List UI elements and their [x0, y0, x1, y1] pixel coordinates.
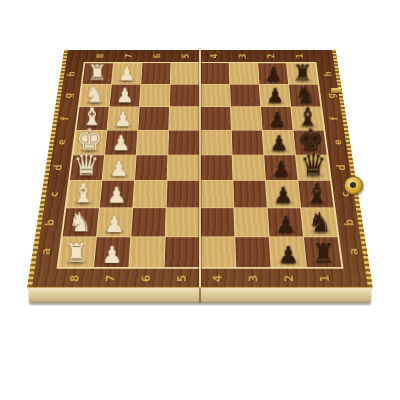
square-c3[interactable] — [233, 181, 266, 208]
black-pawn-a2[interactable]: ♟ — [278, 243, 299, 267]
box-side-pine-edge — [29, 287, 371, 303]
white-rook-a8[interactable]: ♜ — [64, 240, 88, 266]
square-f3[interactable] — [231, 107, 262, 130]
square-c6[interactable] — [133, 181, 166, 208]
square-g3[interactable] — [230, 85, 260, 107]
rank-label-4: 4 — [207, 46, 222, 66]
square-c1[interactable]: ♝ — [298, 181, 333, 208]
square-b7[interactable]: ♟ — [97, 208, 132, 236]
square-d2[interactable]: ♟ — [264, 155, 297, 180]
square-b4[interactable] — [200, 208, 234, 236]
white-pawn-d7[interactable]: ♟ — [109, 158, 128, 180]
square-h2[interactable]: ♟ — [258, 63, 288, 84]
square-f7[interactable]: ♟ — [108, 107, 140, 130]
box-side-seam — [199, 288, 201, 303]
square-d6[interactable] — [135, 155, 168, 180]
square-g2[interactable]: ♟ — [259, 85, 290, 107]
white-pawn-f7[interactable]: ♟ — [113, 109, 131, 130]
square-c5[interactable] — [167, 181, 200, 208]
white-pawn-b7[interactable]: ♟ — [104, 213, 124, 236]
black-rook-a1[interactable]: ♜ — [312, 240, 336, 266]
black-pawn-h2[interactable]: ♟ — [265, 64, 283, 84]
square-c8[interactable]: ♝ — [66, 181, 101, 208]
square-d3[interactable] — [232, 155, 265, 180]
white-bishop-c8[interactable]: ♝ — [71, 180, 95, 207]
square-b2[interactable]: ♟ — [268, 208, 303, 236]
square-g4[interactable] — [200, 85, 229, 107]
rank-label-3: 3 — [235, 46, 250, 66]
square-b6[interactable] — [132, 208, 166, 236]
square-e5[interactable] — [169, 130, 200, 154]
square-e3[interactable] — [231, 130, 263, 154]
chess-board-box: 87654321 87654321 hgfedcba hgfedcba ♜♟♟♜… — [29, 50, 371, 288]
square-g6[interactable] — [140, 85, 170, 107]
square-h4[interactable] — [200, 63, 229, 84]
black-pawn-b2[interactable]: ♟ — [276, 213, 296, 236]
square-d5[interactable] — [168, 155, 200, 180]
square-f4[interactable] — [200, 107, 230, 130]
square-e2[interactable]: ♟ — [262, 130, 294, 154]
black-bishop-c1[interactable]: ♝ — [305, 180, 329, 207]
perspective-scene: 87654321 87654321 hgfedcba hgfedcba ♜♟♟♜… — [0, 0, 400, 400]
square-b3[interactable] — [234, 208, 268, 236]
square-h3[interactable] — [229, 63, 258, 84]
square-h6[interactable] — [141, 63, 170, 84]
white-queen-d8[interactable]: ♛ — [73, 150, 100, 180]
black-pawn-f2[interactable]: ♟ — [268, 109, 286, 130]
rank-label-6: 6 — [150, 46, 165, 66]
black-queen-d1[interactable]: ♛ — [301, 150, 328, 180]
white-pawn-h7[interactable]: ♟ — [118, 64, 136, 84]
square-g5[interactable] — [170, 85, 199, 107]
square-d7[interactable]: ♟ — [103, 155, 136, 180]
square-c7[interactable]: ♟ — [100, 181, 134, 208]
square-c4[interactable] — [200, 181, 233, 208]
square-c2[interactable]: ♟ — [266, 181, 300, 208]
white-knight-b8[interactable]: ♞ — [68, 209, 92, 236]
white-pawn-c7[interactable]: ♟ — [106, 185, 126, 207]
black-pawn-e2[interactable]: ♟ — [270, 133, 289, 154]
square-a2[interactable]: ♟ — [269, 237, 305, 267]
white-pawn-e7[interactable]: ♟ — [111, 133, 130, 154]
square-a7[interactable]: ♟ — [94, 237, 130, 267]
square-f5[interactable] — [169, 107, 199, 130]
rank-label-5: 5 — [178, 46, 193, 66]
square-e7[interactable]: ♟ — [105, 130, 137, 154]
product-photo-stage: 87654321 87654321 hgfedcba hgfedcba ♜♟♟♜… — [0, 0, 400, 400]
fold-seam — [199, 50, 201, 288]
square-h7[interactable]: ♟ — [112, 63, 142, 84]
white-pawn-a7[interactable]: ♟ — [101, 243, 122, 267]
black-pawn-d2[interactable]: ♟ — [272, 158, 291, 180]
square-a8[interactable]: ♜ — [59, 237, 96, 267]
square-d4[interactable] — [200, 155, 232, 180]
square-a1[interactable]: ♜ — [304, 237, 341, 267]
brass-clasp[interactable] — [344, 176, 363, 195]
white-pawn-g7[interactable]: ♟ — [116, 86, 134, 106]
square-f6[interactable] — [138, 107, 169, 130]
square-b5[interactable] — [166, 208, 200, 236]
black-knight-b1[interactable]: ♞ — [308, 209, 332, 236]
square-f2[interactable]: ♟ — [261, 107, 293, 130]
black-pawn-g2[interactable]: ♟ — [266, 86, 284, 106]
square-e6[interactable] — [137, 130, 169, 154]
square-g7[interactable]: ♟ — [110, 85, 141, 107]
square-h5[interactable] — [171, 63, 200, 84]
brass-hinge-icon — [331, 88, 341, 93]
square-e4[interactable] — [200, 130, 231, 154]
black-pawn-c2[interactable]: ♟ — [274, 185, 294, 207]
square-b8[interactable]: ♞ — [63, 208, 99, 236]
